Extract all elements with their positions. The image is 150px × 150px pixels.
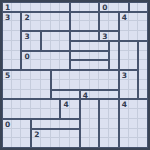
cell-r1-c13[interactable] bbox=[129, 12, 139, 22]
cell-r3-c3[interactable] bbox=[31, 31, 41, 41]
cell-r5-c4[interactable] bbox=[41, 51, 51, 61]
cell-r9-c0[interactable] bbox=[2, 90, 12, 100]
cell-r2-c9[interactable] bbox=[90, 21, 100, 31]
cell-r3-c1[interactable] bbox=[12, 31, 22, 41]
cell-r14-c9[interactable] bbox=[90, 138, 100, 148]
cell-r8-c8[interactable] bbox=[80, 80, 90, 90]
cell-r2-c3[interactable] bbox=[31, 21, 41, 31]
cell-r11-c3[interactable] bbox=[31, 109, 41, 119]
cell-r10-c3[interactable] bbox=[31, 99, 41, 109]
cell-r13-c7[interactable] bbox=[70, 129, 80, 139]
cell-r10-c9[interactable] bbox=[90, 99, 100, 109]
cell-r14-c1[interactable] bbox=[12, 138, 22, 148]
cell-r8-c7[interactable] bbox=[70, 80, 80, 90]
cell-r4-c3[interactable] bbox=[31, 41, 41, 51]
cell-r12-c3[interactable] bbox=[31, 119, 41, 129]
cell-r6-c9[interactable] bbox=[90, 60, 100, 70]
cell-r5-c3[interactable] bbox=[31, 51, 41, 61]
cell-r3-c9[interactable] bbox=[90, 31, 100, 41]
cell-r11-c5[interactable] bbox=[51, 109, 61, 119]
cell-r9-c5[interactable] bbox=[51, 90, 61, 100]
cell-r5-c14[interactable] bbox=[138, 51, 148, 61]
cell-r7-c7[interactable] bbox=[70, 70, 80, 80]
cell-r4-c11[interactable] bbox=[109, 41, 119, 51]
cell-r13-c8[interactable] bbox=[80, 129, 90, 139]
cell-r5-c0[interactable] bbox=[2, 51, 12, 61]
cell-r0-c5[interactable] bbox=[51, 2, 61, 12]
cell-r0-c14[interactable] bbox=[138, 2, 148, 12]
cell-r14-c3[interactable] bbox=[31, 138, 41, 148]
cell-r9-c3[interactable] bbox=[31, 90, 41, 100]
cell-r2-c1[interactable] bbox=[12, 21, 22, 31]
cell-r6-c2[interactable] bbox=[21, 60, 31, 70]
cell-r3-c4[interactable] bbox=[41, 31, 51, 41]
cell-r4-c9[interactable] bbox=[90, 41, 100, 51]
cell-r2-c12[interactable] bbox=[119, 21, 129, 31]
cell-r0-c10[interactable] bbox=[99, 2, 109, 12]
cell-r0-c13[interactable] bbox=[129, 2, 139, 12]
cell-r2-c13[interactable] bbox=[129, 21, 139, 31]
cell-r12-c12[interactable] bbox=[119, 119, 129, 129]
cell-r1-c10[interactable] bbox=[99, 12, 109, 22]
cell-r7-c8[interactable] bbox=[80, 70, 90, 80]
cell-r13-c0[interactable] bbox=[2, 129, 12, 139]
cell-r2-c10[interactable] bbox=[99, 21, 109, 31]
cell-r8-c1[interactable] bbox=[12, 80, 22, 90]
cell-r14-c14[interactable] bbox=[138, 138, 148, 148]
cell-r6-c0[interactable] bbox=[2, 60, 12, 70]
cell-r13-c10[interactable] bbox=[99, 129, 109, 139]
cell-r10-c11[interactable] bbox=[109, 99, 119, 109]
cell-r10-c6[interactable] bbox=[60, 99, 70, 109]
cell-r2-c8[interactable] bbox=[80, 21, 90, 31]
cell-r10-c14[interactable] bbox=[138, 99, 148, 109]
cell-r4-c10[interactable] bbox=[99, 41, 109, 51]
cell-r9-c9[interactable] bbox=[90, 90, 100, 100]
cell-r5-c7[interactable] bbox=[70, 51, 80, 61]
cell-r6-c11[interactable] bbox=[109, 60, 119, 70]
cell-r13-c6[interactable] bbox=[60, 129, 70, 139]
cell-r7-c14[interactable] bbox=[138, 70, 148, 80]
cell-r13-c9[interactable] bbox=[90, 129, 100, 139]
cell-r5-c11[interactable] bbox=[109, 51, 119, 61]
cell-r10-c13[interactable] bbox=[129, 99, 139, 109]
cell-r4-c5[interactable] bbox=[51, 41, 61, 51]
cell-r10-c1[interactable] bbox=[12, 99, 22, 109]
cell-r10-c10[interactable] bbox=[99, 99, 109, 109]
cell-r14-c13[interactable] bbox=[129, 138, 139, 148]
cell-r4-c2[interactable] bbox=[21, 41, 31, 51]
cell-r7-c11[interactable] bbox=[109, 70, 119, 80]
cell-r11-c14[interactable] bbox=[138, 109, 148, 119]
cell-r9-c6[interactable] bbox=[60, 90, 70, 100]
cell-r0-c11[interactable] bbox=[109, 2, 119, 12]
cell-r10-c8[interactable] bbox=[80, 99, 90, 109]
cell-r8-c0[interactable] bbox=[2, 80, 12, 90]
cell-r13-c14[interactable] bbox=[138, 129, 148, 139]
cell-r8-c2[interactable] bbox=[21, 80, 31, 90]
cell-r5-c6[interactable] bbox=[60, 51, 70, 61]
cell-r6-c12[interactable] bbox=[119, 60, 129, 70]
cell-r3-c13[interactable] bbox=[129, 31, 139, 41]
cell-r2-c5[interactable] bbox=[51, 21, 61, 31]
cell-r11-c13[interactable] bbox=[129, 109, 139, 119]
cell-r1-c3[interactable] bbox=[31, 12, 41, 22]
cell-r11-c2[interactable] bbox=[21, 109, 31, 119]
cell-r8-c11[interactable] bbox=[109, 80, 119, 90]
cell-r0-c2[interactable] bbox=[21, 2, 31, 12]
cell-r1-c4[interactable] bbox=[41, 12, 51, 22]
cell-r2-c14[interactable] bbox=[138, 21, 148, 31]
cell-r7-c5[interactable] bbox=[51, 70, 61, 80]
cell-r0-c12[interactable] bbox=[119, 2, 129, 12]
cell-r1-c8[interactable] bbox=[80, 12, 90, 22]
cell-r5-c13[interactable] bbox=[129, 51, 139, 61]
cell-r1-c0[interactable] bbox=[2, 12, 12, 22]
cell-r8-c9[interactable] bbox=[90, 80, 100, 90]
cell-r12-c14[interactable] bbox=[138, 119, 148, 129]
cell-r1-c2[interactable] bbox=[21, 12, 31, 22]
cell-r13-c12[interactable] bbox=[119, 129, 129, 139]
cell-r9-c11[interactable] bbox=[109, 90, 119, 100]
cell-r0-c6[interactable] bbox=[60, 2, 70, 12]
cell-r3-c12[interactable] bbox=[119, 31, 129, 41]
cell-r6-c8[interactable] bbox=[80, 60, 90, 70]
cell-r13-c4[interactable] bbox=[41, 129, 51, 139]
cell-r1-c1[interactable] bbox=[12, 12, 22, 22]
cell-r0-c3[interactable] bbox=[31, 2, 41, 12]
cell-r9-c10[interactable] bbox=[99, 90, 109, 100]
cell-r3-c10[interactable] bbox=[99, 31, 109, 41]
cell-r9-c2[interactable] bbox=[21, 90, 31, 100]
cell-r4-c0[interactable] bbox=[2, 41, 12, 51]
cell-r7-c12[interactable] bbox=[119, 70, 129, 80]
cell-r13-c1[interactable] bbox=[12, 129, 22, 139]
cell-r2-c0[interactable] bbox=[2, 21, 12, 31]
cell-r7-c0[interactable] bbox=[2, 70, 12, 80]
cell-r10-c2[interactable] bbox=[21, 99, 31, 109]
cell-r5-c5[interactable] bbox=[51, 51, 61, 61]
cell-r10-c0[interactable] bbox=[2, 99, 12, 109]
cell-r9-c14[interactable] bbox=[138, 90, 148, 100]
cell-r11-c6[interactable] bbox=[60, 109, 70, 119]
cell-r14-c12[interactable] bbox=[119, 138, 129, 148]
cell-r11-c4[interactable] bbox=[41, 109, 51, 119]
cell-r6-c3[interactable] bbox=[31, 60, 41, 70]
cell-r3-c5[interactable] bbox=[51, 31, 61, 41]
cell-r4-c1[interactable] bbox=[12, 41, 22, 51]
cell-r0-c4[interactable] bbox=[41, 2, 51, 12]
cell-r6-c4[interactable] bbox=[41, 60, 51, 70]
cell-r6-c14[interactable] bbox=[138, 60, 148, 70]
cell-r10-c12[interactable] bbox=[119, 99, 129, 109]
cell-r8-c5[interactable] bbox=[51, 80, 61, 90]
cell-r11-c11[interactable] bbox=[109, 109, 119, 119]
cell-r14-c5[interactable] bbox=[51, 138, 61, 148]
cell-r3-c7[interactable] bbox=[70, 31, 80, 41]
cell-r1-c14[interactable] bbox=[138, 12, 148, 22]
cell-r14-c6[interactable] bbox=[60, 138, 70, 148]
cell-r9-c1[interactable] bbox=[12, 90, 22, 100]
cell-r9-c8[interactable] bbox=[80, 90, 90, 100]
cell-r13-c13[interactable] bbox=[129, 129, 139, 139]
cell-r6-c10[interactable] bbox=[99, 60, 109, 70]
cell-r9-c12[interactable] bbox=[119, 90, 129, 100]
cell-r11-c0[interactable] bbox=[2, 109, 12, 119]
cell-r7-c6[interactable] bbox=[60, 70, 70, 80]
cell-r1-c12[interactable] bbox=[119, 12, 129, 22]
cell-r14-c7[interactable] bbox=[70, 138, 80, 148]
cell-r3-c8[interactable] bbox=[80, 31, 90, 41]
cell-r2-c4[interactable] bbox=[41, 21, 51, 31]
cell-r4-c6[interactable] bbox=[60, 41, 70, 51]
cell-r14-c2[interactable] bbox=[21, 138, 31, 148]
cell-r10-c4[interactable] bbox=[41, 99, 51, 109]
cell-r12-c13[interactable] bbox=[129, 119, 139, 129]
cell-r5-c9[interactable] bbox=[90, 51, 100, 61]
heyawake-board: 103243305344024 bbox=[0, 0, 150, 150]
cell-r3-c14[interactable] bbox=[138, 31, 148, 41]
cell-r8-c10[interactable] bbox=[99, 80, 109, 90]
cell-r13-c2[interactable] bbox=[21, 129, 31, 139]
cell-r8-c4[interactable] bbox=[41, 80, 51, 90]
cell-r7-c4[interactable] bbox=[41, 70, 51, 80]
cell-r11-c1[interactable] bbox=[12, 109, 22, 119]
cell-r2-c2[interactable] bbox=[21, 21, 31, 31]
cell-r12-c4[interactable] bbox=[41, 119, 51, 129]
cell-r7-c10[interactable] bbox=[99, 70, 109, 80]
cell-r12-c1[interactable] bbox=[12, 119, 22, 129]
cell-r8-c13[interactable] bbox=[129, 80, 139, 90]
cell-r4-c4[interactable] bbox=[41, 41, 51, 51]
cell-r0-c0[interactable] bbox=[2, 2, 12, 12]
cell-r0-c9[interactable] bbox=[90, 2, 100, 12]
cell-r2-c6[interactable] bbox=[60, 21, 70, 31]
cell-r14-c11[interactable] bbox=[109, 138, 119, 148]
cell-r1-c6[interactable] bbox=[60, 12, 70, 22]
cell-r4-c13[interactable] bbox=[129, 41, 139, 51]
cell-r4-c7[interactable] bbox=[70, 41, 80, 51]
cell-r12-c10[interactable] bbox=[99, 119, 109, 129]
cell-r1-c9[interactable] bbox=[90, 12, 100, 22]
cell-r6-c5[interactable] bbox=[51, 60, 61, 70]
cell-r8-c3[interactable] bbox=[31, 80, 41, 90]
cell-r3-c2[interactable] bbox=[21, 31, 31, 41]
cell-r12-c6[interactable] bbox=[60, 119, 70, 129]
cell-r1-c7[interactable] bbox=[70, 12, 80, 22]
cell-r13-c5[interactable] bbox=[51, 129, 61, 139]
cell-r11-c12[interactable] bbox=[119, 109, 129, 119]
cell-r14-c10[interactable] bbox=[99, 138, 109, 148]
cell-r5-c12[interactable] bbox=[119, 51, 129, 61]
cell-r11-c10[interactable] bbox=[99, 109, 109, 119]
cell-r4-c12[interactable] bbox=[119, 41, 129, 51]
cell-r4-c14[interactable] bbox=[138, 41, 148, 51]
cell-r2-c7[interactable] bbox=[70, 21, 80, 31]
cell-r14-c4[interactable] bbox=[41, 138, 51, 148]
cell-r10-c5[interactable] bbox=[51, 99, 61, 109]
cell-r9-c13[interactable] bbox=[129, 90, 139, 100]
cell-r12-c8[interactable] bbox=[80, 119, 90, 129]
cell-r12-c2[interactable] bbox=[21, 119, 31, 129]
cell-r13-c11[interactable] bbox=[109, 129, 119, 139]
cell-r11-c7[interactable] bbox=[70, 109, 80, 119]
cell-r1-c11[interactable] bbox=[109, 12, 119, 22]
cell-r10-c7[interactable] bbox=[70, 99, 80, 109]
cell-r5-c1[interactable] bbox=[12, 51, 22, 61]
cell-r8-c6[interactable] bbox=[60, 80, 70, 90]
cell-r8-c12[interactable] bbox=[119, 80, 129, 90]
cell-r7-c13[interactable] bbox=[129, 70, 139, 80]
cell-r6-c1[interactable] bbox=[12, 60, 22, 70]
cell-r0-c7[interactable] bbox=[70, 2, 80, 12]
cell-r3-c11[interactable] bbox=[109, 31, 119, 41]
cell-r5-c8[interactable] bbox=[80, 51, 90, 61]
cell-r12-c11[interactable] bbox=[109, 119, 119, 129]
cell-r12-c5[interactable] bbox=[51, 119, 61, 129]
cell-r11-c9[interactable] bbox=[90, 109, 100, 119]
cell-r14-c8[interactable] bbox=[80, 138, 90, 148]
cell-r3-c6[interactable] bbox=[60, 31, 70, 41]
cell-r12-c9[interactable] bbox=[90, 119, 100, 129]
cell-grid bbox=[2, 2, 148, 148]
cell-r7-c9[interactable] bbox=[90, 70, 100, 80]
cell-r0-c1[interactable] bbox=[12, 2, 22, 12]
cell-r2-c11[interactable] bbox=[109, 21, 119, 31]
cell-r12-c7[interactable] bbox=[70, 119, 80, 129]
cell-r1-c5[interactable] bbox=[51, 12, 61, 22]
cell-r8-c14[interactable] bbox=[138, 80, 148, 90]
cell-r6-c6[interactable] bbox=[60, 60, 70, 70]
cell-r12-c0[interactable] bbox=[2, 119, 12, 129]
puzzle-screenshot: 103243305344024 bbox=[0, 0, 150, 150]
cell-r5-c10[interactable] bbox=[99, 51, 109, 61]
cell-r7-c3[interactable] bbox=[31, 70, 41, 80]
cell-r5-c2[interactable] bbox=[21, 51, 31, 61]
cell-r0-c8[interactable] bbox=[80, 2, 90, 12]
cell-r3-c0[interactable] bbox=[2, 31, 12, 41]
cell-r11-c8[interactable] bbox=[80, 109, 90, 119]
cell-r14-c0[interactable] bbox=[2, 138, 12, 148]
cell-r9-c7[interactable] bbox=[70, 90, 80, 100]
cell-r13-c3[interactable] bbox=[31, 129, 41, 139]
cell-r7-c1[interactable] bbox=[12, 70, 22, 80]
cell-r6-c7[interactable] bbox=[70, 60, 80, 70]
cell-r6-c13[interactable] bbox=[129, 60, 139, 70]
cell-r9-c4[interactable] bbox=[41, 90, 51, 100]
cell-r4-c8[interactable] bbox=[80, 41, 90, 51]
cell-r7-c2[interactable] bbox=[21, 70, 31, 80]
